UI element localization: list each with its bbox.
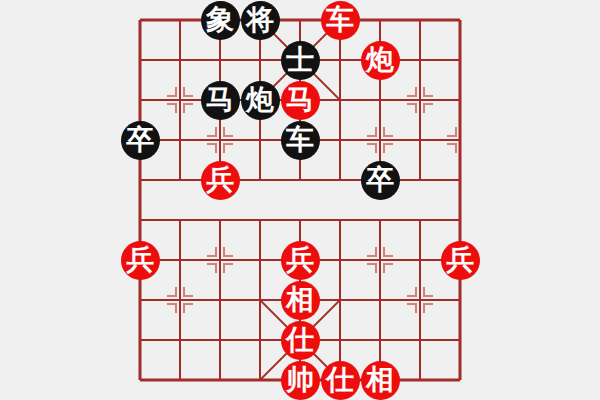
black-horse[interactable]: 马: [200, 80, 240, 120]
black-horse-disc: 马: [201, 81, 240, 120]
red-soldier[interactable]: 兵: [120, 240, 160, 280]
black-general[interactable]: 将: [240, 0, 280, 40]
black-soldier-disc: 卒: [121, 121, 160, 160]
piece-glyph: 卒: [126, 126, 154, 154]
red-elephant-disc: 相: [361, 361, 400, 400]
piece-glyph: 马: [206, 86, 234, 114]
black-advisor[interactable]: 士: [280, 40, 320, 80]
red-elephant[interactable]: 相: [280, 280, 320, 320]
piece-glyph: 车: [286, 126, 314, 154]
red-advisor[interactable]: 仕: [320, 360, 360, 400]
piece-glyph: 相: [286, 286, 314, 314]
black-chariot[interactable]: 车: [280, 120, 320, 160]
black-elephant-disc: 象: [201, 1, 240, 40]
black-chariot-disc: 车: [281, 121, 320, 160]
black-cannon[interactable]: 炮: [240, 80, 280, 120]
piece-glyph: 兵: [286, 246, 314, 274]
red-general-disc: 帅: [281, 361, 320, 400]
red-elephant[interactable]: 相: [360, 360, 400, 400]
red-advisor-disc: 仕: [281, 321, 320, 360]
red-cannon[interactable]: 炮: [360, 40, 400, 80]
piece-glyph: 卒: [366, 166, 394, 194]
black-cannon-disc: 炮: [241, 81, 280, 120]
red-horse-disc: 马: [281, 81, 320, 120]
red-chariot-disc: 车: [321, 1, 360, 40]
red-cannon-disc: 炮: [361, 41, 400, 80]
red-elephant-disc: 相: [281, 281, 320, 320]
black-soldier[interactable]: 卒: [360, 160, 400, 200]
piece-glyph: 马: [286, 86, 314, 114]
piece-glyph: 兵: [446, 246, 474, 274]
piece-glyph: 相: [366, 366, 394, 394]
black-soldier[interactable]: 卒: [120, 120, 160, 160]
red-advisor-disc: 仕: [321, 361, 360, 400]
red-advisor[interactable]: 仕: [280, 320, 320, 360]
red-general[interactable]: 帅: [280, 360, 320, 400]
red-soldier-disc: 兵: [201, 161, 240, 200]
piece-glyph: 仕: [326, 366, 354, 394]
red-chariot[interactable]: 车: [320, 0, 360, 40]
piece-glyph: 炮: [366, 46, 394, 74]
piece-glyph: 将: [246, 6, 274, 34]
black-soldier-disc: 卒: [361, 161, 400, 200]
piece-glyph: 象: [206, 6, 234, 34]
piece-glyph: 车: [326, 6, 354, 34]
piece-glyph: 帅: [286, 366, 314, 394]
piece-glyph: 炮: [246, 86, 274, 114]
piece-glyph: 士: [286, 46, 314, 74]
red-soldier-disc: 兵: [441, 241, 480, 280]
piece-glyph: 仕: [286, 326, 314, 354]
red-soldier[interactable]: 兵: [440, 240, 480, 280]
piece-glyph: 兵: [206, 166, 234, 194]
xiangqi-board: 象将车士炮马炮马卒车兵卒兵兵兵相仕帅仕相: [0, 0, 600, 400]
red-soldier-disc: 兵: [281, 241, 320, 280]
black-elephant[interactable]: 象: [200, 0, 240, 40]
black-general-disc: 将: [241, 1, 280, 40]
black-advisor-disc: 士: [281, 41, 320, 80]
red-soldier[interactable]: 兵: [200, 160, 240, 200]
piece-grid: 象将车士炮马炮马卒车兵卒兵兵兵相仕帅仕相: [120, 0, 480, 400]
red-soldier-disc: 兵: [121, 241, 160, 280]
red-soldier[interactable]: 兵: [280, 240, 320, 280]
piece-glyph: 兵: [126, 246, 154, 274]
red-horse[interactable]: 马: [280, 80, 320, 120]
